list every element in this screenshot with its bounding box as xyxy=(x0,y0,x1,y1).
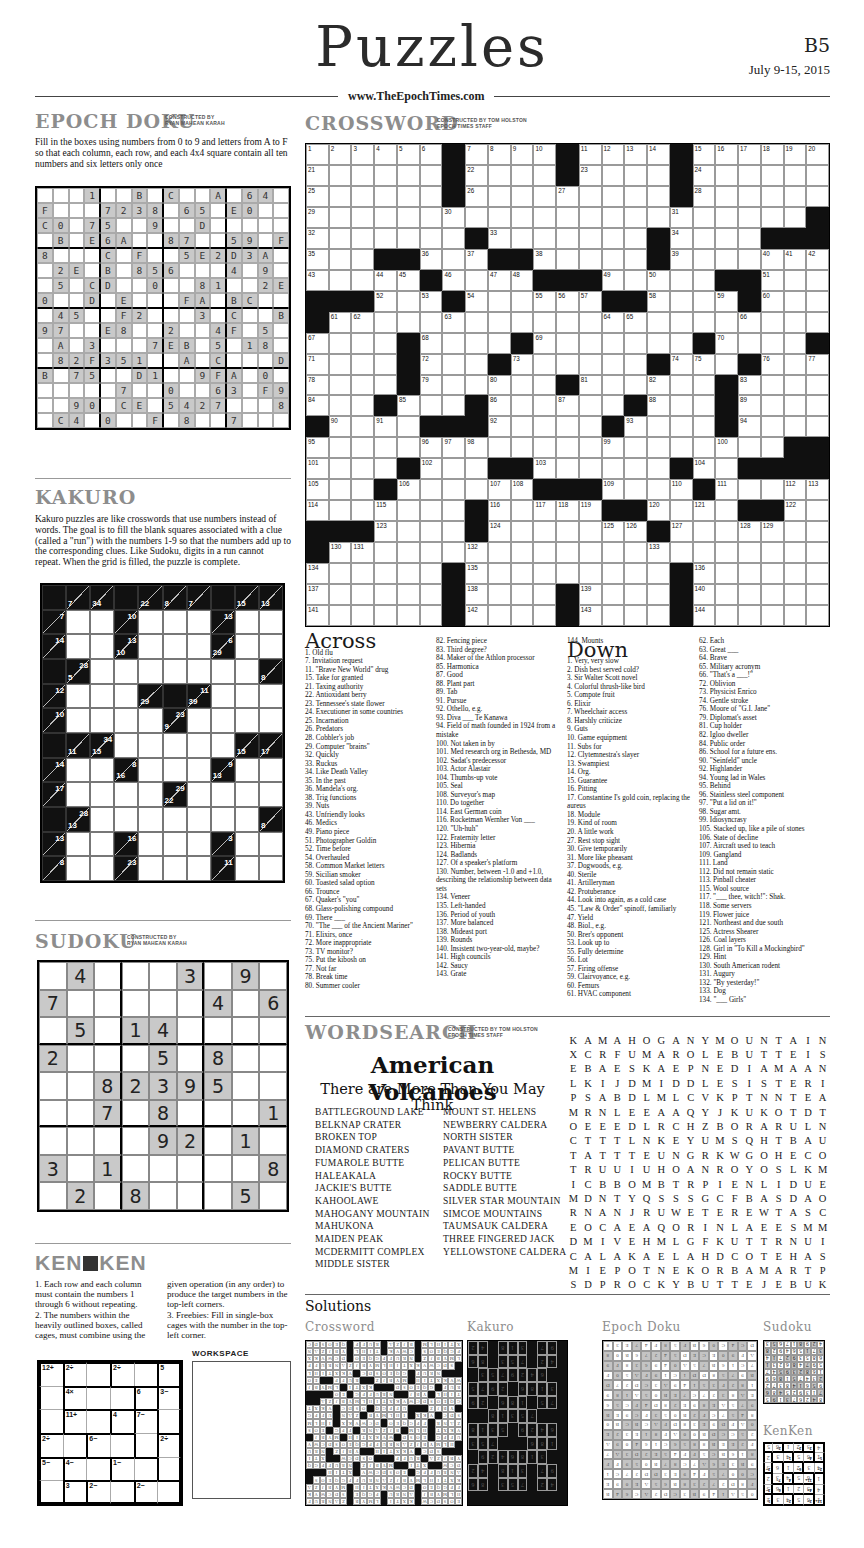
epoch-doku-cell[interactable] xyxy=(226,338,242,353)
kakuro-cell[interactable] xyxy=(66,634,90,659)
crossword-cell[interactable] xyxy=(715,312,738,333)
epoch-doku-cell[interactable]: A xyxy=(210,188,226,203)
crossword-cell[interactable] xyxy=(761,605,784,626)
crossword-cell[interactable] xyxy=(397,186,420,207)
crossword-cell[interactable] xyxy=(647,249,670,270)
epoch-doku-cell[interactable]: D xyxy=(226,248,242,263)
crossword-cell[interactable] xyxy=(351,270,374,291)
wordsearch-letter[interactable]: N xyxy=(786,1234,801,1248)
sudoku-cell[interactable] xyxy=(204,1100,232,1128)
crossword-cell[interactable] xyxy=(647,563,670,584)
epoch-doku-cell[interactable] xyxy=(147,353,163,368)
crossword-cell[interactable] xyxy=(738,563,761,584)
crossword-cell[interactable]: 63 xyxy=(442,312,465,333)
crossword-cell[interactable] xyxy=(715,354,738,375)
crossword-cell[interactable] xyxy=(420,395,443,416)
wordsearch-letter[interactable]: M xyxy=(581,1234,596,1248)
crossword-cell[interactable] xyxy=(647,312,670,333)
wordsearch-letter[interactable]: O xyxy=(757,1148,772,1162)
epoch-doku-cell[interactable] xyxy=(69,323,85,338)
wordsearch-letter[interactable]: A xyxy=(639,1249,654,1263)
wordsearch-letter[interactable]: L xyxy=(610,1105,625,1119)
crossword-cell[interactable] xyxy=(374,249,397,270)
crossword-cell[interactable] xyxy=(738,165,761,186)
sudoku-cell[interactable] xyxy=(94,1045,122,1073)
kenken-cell[interactable]: 6− xyxy=(86,1433,110,1457)
sudoku-cell[interactable] xyxy=(204,1127,232,1155)
kakuro-cell[interactable]: 29 xyxy=(138,684,162,709)
wordsearch-letter[interactable]: I xyxy=(698,1220,713,1234)
crossword-cell[interactable]: 56 xyxy=(556,291,579,312)
epoch-doku-cell[interactable]: 6 xyxy=(179,203,195,218)
epoch-doku-cell[interactable]: F xyxy=(116,308,132,323)
wordsearch-letter[interactable]: I xyxy=(625,1163,640,1177)
wordsearch-letter[interactable]: R xyxy=(639,1206,654,1220)
kakuro-cell[interactable] xyxy=(211,733,235,758)
crossword-cell[interactable] xyxy=(556,521,579,542)
wordsearch-letter[interactable]: E xyxy=(713,1206,728,1220)
crossword-cell[interactable] xyxy=(511,542,534,563)
crossword-cell[interactable] xyxy=(624,395,647,416)
epoch-doku-cell[interactable] xyxy=(226,218,242,233)
crossword-cell[interactable] xyxy=(488,542,511,563)
crossword-cell[interactable] xyxy=(488,563,511,584)
kakuro-cell[interactable] xyxy=(138,782,162,807)
crossword-cell[interactable]: 55 xyxy=(533,291,556,312)
epoch-doku-cell[interactable] xyxy=(179,278,195,293)
crossword-cell[interactable] xyxy=(511,291,534,312)
wordsearch-letter[interactable]: O xyxy=(639,1033,654,1047)
epoch-doku-cell[interactable]: 1 xyxy=(210,278,226,293)
crossword-cell[interactable] xyxy=(329,375,352,396)
wordsearch-letter[interactable]: N xyxy=(654,1263,669,1277)
crossword-cell[interactable] xyxy=(715,500,738,521)
crossword-cell[interactable] xyxy=(806,207,829,228)
epoch-doku-cell[interactable]: F xyxy=(37,203,53,218)
crossword-cell[interactable] xyxy=(374,354,397,375)
crossword-cell[interactable] xyxy=(374,312,397,333)
crossword-cell[interactable] xyxy=(715,605,738,626)
epoch-doku-cell[interactable] xyxy=(210,308,226,323)
wordsearch-letter[interactable]: S xyxy=(727,1076,742,1090)
wordsearch-letter[interactable]: E xyxy=(581,1119,596,1133)
sudoku-cell[interactable]: 5 xyxy=(67,1017,95,1045)
crossword-cell[interactable] xyxy=(329,437,352,458)
crossword-cell[interactable]: 133 xyxy=(647,542,670,563)
kenken-cell[interactable] xyxy=(157,1457,181,1481)
kakuro-cell[interactable]: 17 xyxy=(42,782,66,807)
wordsearch-letter[interactable]: S xyxy=(771,1191,786,1205)
crossword-cell[interactable] xyxy=(602,395,625,416)
kakuro-cell[interactable] xyxy=(66,832,90,857)
kakuro-cell[interactable]: 8 xyxy=(163,585,187,610)
crossword-cell[interactable] xyxy=(374,375,397,396)
epoch-doku-cell[interactable]: 8 xyxy=(53,353,69,368)
crossword-cell[interactable] xyxy=(488,605,511,626)
sudoku-cell[interactable] xyxy=(204,1155,232,1183)
sudoku-cell[interactable] xyxy=(177,1155,205,1183)
wordsearch-letter[interactable]: B xyxy=(727,1047,742,1061)
wordsearch-letter[interactable]: E xyxy=(669,1062,684,1076)
crossword-cell[interactable]: 142 xyxy=(465,605,488,626)
epoch-doku-cell[interactable]: 4 xyxy=(258,188,274,203)
crossword-cell[interactable]: 3 xyxy=(351,144,374,165)
sudoku-cell[interactable] xyxy=(232,1072,260,1100)
kakuro-cell[interactable]: 2813 xyxy=(66,807,90,832)
sudoku-cell[interactable] xyxy=(39,1100,67,1128)
crossword-cell[interactable] xyxy=(351,228,374,249)
crossword-cell[interactable] xyxy=(647,228,670,249)
wordsearch-letter[interactable]: O xyxy=(771,1105,786,1119)
kakuro-cell[interactable] xyxy=(235,832,259,857)
crossword-cell[interactable] xyxy=(806,500,829,521)
sudoku-cell[interactable]: 5 xyxy=(232,1182,260,1210)
crossword-cell[interactable] xyxy=(715,375,738,396)
crossword-cell[interactable] xyxy=(533,542,556,563)
wordsearch-letter[interactable]: H xyxy=(625,1033,640,1047)
crossword-cell[interactable]: 76 xyxy=(761,354,784,375)
crossword-cell[interactable] xyxy=(442,500,465,521)
sudoku-cell[interactable]: 2 xyxy=(39,1045,67,1073)
wordsearch-letter[interactable]: U xyxy=(639,1163,654,1177)
crossword-cell[interactable] xyxy=(442,249,465,270)
epoch-doku-cell[interactable] xyxy=(37,398,53,413)
epoch-doku-cell[interactable] xyxy=(132,338,148,353)
wordsearch-letter[interactable]: L xyxy=(727,1220,742,1234)
kakuro-cell[interactable] xyxy=(90,758,114,783)
crossword-cell[interactable]: 65 xyxy=(624,312,647,333)
wordsearch-letter[interactable]: E xyxy=(815,1177,830,1191)
sudoku-cell[interactable]: 2 xyxy=(67,1182,95,1210)
wordsearch-letter[interactable]: K xyxy=(713,1148,728,1162)
wordsearch-letter[interactable]: A xyxy=(654,1062,669,1076)
epoch-doku-cell[interactable] xyxy=(84,413,100,428)
epoch-doku-cell[interactable]: 7 xyxy=(147,338,163,353)
wordsearch-letter[interactable]: N xyxy=(815,1062,830,1076)
sudoku-cell[interactable]: 8 xyxy=(94,1072,122,1100)
wordsearch-letter[interactable]: H xyxy=(654,1163,669,1177)
wordsearch-letter[interactable]: K xyxy=(639,1062,654,1076)
crossword-cell[interactable]: 136 xyxy=(693,563,716,584)
epoch-doku-cell[interactable] xyxy=(242,263,258,278)
crossword-cell[interactable]: 49 xyxy=(602,270,625,291)
crossword-cell[interactable] xyxy=(556,458,579,479)
crossword-cell[interactable] xyxy=(647,333,670,354)
wordsearch-letter[interactable]: T xyxy=(727,1278,742,1292)
crossword-cell[interactable] xyxy=(465,312,488,333)
crossword-cell[interactable] xyxy=(784,521,807,542)
crossword-cell[interactable] xyxy=(579,458,602,479)
crossword-cell[interactable] xyxy=(670,584,693,605)
epoch-doku-cell[interactable]: C xyxy=(163,188,179,203)
wordsearch-letter[interactable]: L xyxy=(757,1177,772,1191)
wordsearch-letter[interactable]: A xyxy=(669,1033,684,1047)
kakuro-cell[interactable] xyxy=(138,733,162,758)
crossword-cell[interactable] xyxy=(670,165,693,186)
epoch-doku-cell[interactable]: D xyxy=(195,218,211,233)
crossword-cell[interactable] xyxy=(329,186,352,207)
crossword-cell[interactable] xyxy=(465,521,488,542)
wordsearch-letter[interactable]: T xyxy=(786,1091,801,1105)
crossword-cell[interactable] xyxy=(806,584,829,605)
crossword-cell[interactable] xyxy=(624,500,647,521)
crossword-cell[interactable] xyxy=(647,165,670,186)
crossword-cell[interactable]: 58 xyxy=(647,291,670,312)
crossword-cell[interactable] xyxy=(806,291,829,312)
crossword-cell[interactable] xyxy=(602,228,625,249)
wordsearch-letter[interactable]: C xyxy=(801,1148,816,1162)
sudoku-cell[interactable]: 4 xyxy=(149,1017,177,1045)
wordsearch-letter[interactable]: E xyxy=(757,1220,772,1234)
wordsearch-letter[interactable]: O xyxy=(625,1278,640,1292)
wordsearch-letter[interactable]: R xyxy=(698,1148,713,1162)
wordsearch-letter[interactable]: E xyxy=(625,1220,640,1234)
epoch-doku-cell[interactable] xyxy=(163,368,179,383)
crossword-cell[interactable] xyxy=(533,563,556,584)
kakuro-cell[interactable]: 11 xyxy=(66,733,90,758)
wordsearch-letter[interactable]: M xyxy=(815,1163,830,1177)
crossword-cell[interactable]: 117 xyxy=(533,500,556,521)
crossword-cell[interactable] xyxy=(397,249,420,270)
crossword-cell[interactable] xyxy=(647,207,670,228)
wordsearch-letter[interactable]: D xyxy=(669,1076,684,1090)
wordsearch-letter[interactable]: R xyxy=(595,1047,610,1061)
kenken-cell[interactable] xyxy=(63,1433,87,1457)
epoch-doku-cell[interactable]: 5 xyxy=(100,218,116,233)
sudoku-cell[interactable]: 7 xyxy=(39,990,67,1018)
wordsearch-letter[interactable]: B xyxy=(595,1177,610,1191)
sudoku-cell[interactable]: 6 xyxy=(259,990,287,1018)
wordsearch-letter[interactable]: Y xyxy=(683,1134,698,1148)
kakuro-cell[interactable] xyxy=(259,758,283,783)
crossword-cell[interactable] xyxy=(761,165,784,186)
kakuro-cell[interactable]: 1310 xyxy=(114,634,138,659)
epoch-doku-cell[interactable]: 0 xyxy=(242,203,258,218)
sudoku-cell[interactable] xyxy=(94,1182,122,1210)
crossword-cell[interactable] xyxy=(761,563,784,584)
wordsearch-letter[interactable]: E xyxy=(595,1263,610,1277)
wordsearch-letter[interactable]: I xyxy=(566,1177,581,1191)
wordsearch-letter[interactable]: S xyxy=(771,1163,786,1177)
crossword-cell[interactable]: 42 xyxy=(806,249,829,270)
kenken-cell[interactable]: 5− xyxy=(39,1457,63,1481)
crossword-cell[interactable] xyxy=(397,165,420,186)
crossword-cell[interactable] xyxy=(442,228,465,249)
epoch-doku-cell[interactable]: 5 xyxy=(179,248,195,263)
crossword-cell[interactable]: 116 xyxy=(488,500,511,521)
crossword-cell[interactable] xyxy=(351,291,374,312)
crossword-cell[interactable] xyxy=(761,207,784,228)
epoch-doku-cell[interactable]: 5 xyxy=(258,323,274,338)
epoch-doku-cell[interactable] xyxy=(226,188,242,203)
crossword-cell[interactable] xyxy=(761,584,784,605)
kakuro-cell[interactable] xyxy=(211,659,235,684)
epoch-doku-cell[interactable] xyxy=(53,383,69,398)
crossword-cell[interactable] xyxy=(693,291,716,312)
crossword-cell[interactable] xyxy=(397,312,420,333)
crossword-cell[interactable] xyxy=(329,458,352,479)
kenken-cell[interactable] xyxy=(86,1362,110,1386)
kakuro-cell[interactable] xyxy=(66,856,90,881)
kakuro-cell[interactable] xyxy=(187,610,211,635)
sudoku-cell[interactable] xyxy=(67,1127,95,1155)
kenken-cell[interactable]: 7− xyxy=(134,1409,158,1433)
crossword-cell[interactable] xyxy=(693,479,716,500)
wordsearch-letter[interactable]: E xyxy=(786,1047,801,1061)
wordsearch-letter[interactable]: S xyxy=(566,1278,581,1292)
epoch-doku-cell[interactable] xyxy=(53,188,69,203)
kakuro-cell[interactable] xyxy=(163,832,187,857)
crossword-cell[interactable] xyxy=(397,333,420,354)
crossword-cell[interactable] xyxy=(738,479,761,500)
crossword-cell[interactable] xyxy=(738,186,761,207)
wordsearch-letter[interactable]: M xyxy=(566,1191,581,1205)
wordsearch-letter[interactable]: I xyxy=(815,1076,830,1090)
wordsearch-letter[interactable]: E xyxy=(683,1206,698,1220)
kenken-cell[interactable]: 6 xyxy=(134,1386,158,1410)
crossword-cell[interactable]: 71 xyxy=(306,354,329,375)
epoch-doku-cell[interactable] xyxy=(37,278,53,293)
crossword-cell[interactable] xyxy=(533,521,556,542)
wordsearch-letter[interactable]: A xyxy=(610,1220,625,1234)
sudoku-grid[interactable]: 43974651425882395781921318285 xyxy=(37,960,289,1212)
wordsearch-letter[interactable]: A xyxy=(786,1033,801,1047)
sudoku-cell[interactable] xyxy=(177,1100,205,1128)
epoch-doku-cell[interactable]: E xyxy=(273,278,289,293)
kenken-cell[interactable] xyxy=(39,1409,63,1433)
crossword-cell[interactable] xyxy=(647,354,670,375)
sudoku-cell[interactable]: 5 xyxy=(149,1045,177,1073)
kakuro-cell[interactable] xyxy=(259,856,283,881)
crossword-cell[interactable] xyxy=(374,605,397,626)
wordsearch-letter[interactable]: T xyxy=(595,1134,610,1148)
epoch-doku-cell[interactable]: 8 xyxy=(273,398,289,413)
kenken-cell[interactable] xyxy=(134,1433,158,1457)
wordsearch-letter[interactable]: D xyxy=(713,1249,728,1263)
kakuro-cell[interactable] xyxy=(187,733,211,758)
epoch-doku-cell[interactable] xyxy=(53,203,69,218)
crossword-cell[interactable] xyxy=(579,563,602,584)
wordsearch-letter[interactable]: E xyxy=(669,1134,684,1148)
crossword-cell[interactable] xyxy=(511,186,534,207)
crossword-cell[interactable] xyxy=(556,605,579,626)
epoch-doku-cell[interactable]: 6 xyxy=(242,188,258,203)
crossword-cell[interactable] xyxy=(351,458,374,479)
crossword-cell[interactable] xyxy=(420,605,443,626)
wordsearch-letter[interactable]: U xyxy=(595,1163,610,1177)
epoch-doku-cell[interactable] xyxy=(163,353,179,368)
wordsearch-letter[interactable]: K xyxy=(625,1249,640,1263)
sudoku-cell[interactable] xyxy=(259,1072,287,1100)
kakuro-cell[interactable] xyxy=(211,782,235,807)
epoch-doku-cell[interactable]: A xyxy=(195,293,211,308)
epoch-doku-cell[interactable]: 9 xyxy=(37,323,53,338)
epoch-doku-cell[interactable] xyxy=(84,203,100,218)
kakuro-cell[interactable] xyxy=(259,708,283,733)
crossword-cell[interactable]: 28 xyxy=(693,186,716,207)
crossword-cell[interactable] xyxy=(784,270,807,291)
crossword-cell[interactable] xyxy=(374,207,397,228)
crossword-cell[interactable] xyxy=(533,186,556,207)
epoch-doku-cell[interactable] xyxy=(242,383,258,398)
epoch-doku-cell[interactable] xyxy=(163,293,179,308)
epoch-doku-cell[interactable] xyxy=(116,338,132,353)
epoch-doku-cell[interactable] xyxy=(195,353,211,368)
kakuro-cell[interactable] xyxy=(90,610,114,635)
wordsearch-letter[interactable]: T xyxy=(669,1177,684,1191)
crossword-cell[interactable] xyxy=(397,500,420,521)
epoch-doku-cell[interactable]: E xyxy=(132,398,148,413)
crossword-cell[interactable] xyxy=(351,605,374,626)
wordsearch-letter[interactable]: Y xyxy=(669,1278,684,1292)
crossword-cell[interactable] xyxy=(351,584,374,605)
wordsearch-letter[interactable]: E xyxy=(566,1062,581,1076)
crossword-cell[interactable] xyxy=(465,270,488,291)
epoch-doku-cell[interactable] xyxy=(132,413,148,428)
epoch-doku-cell[interactable] xyxy=(179,263,195,278)
crossword-cell[interactable] xyxy=(351,375,374,396)
wordsearch-letter[interactable]: A xyxy=(771,1263,786,1277)
crossword-cell[interactable] xyxy=(511,165,534,186)
epoch-doku-cell[interactable]: D xyxy=(100,278,116,293)
crossword-cell[interactable]: 9 xyxy=(511,144,534,165)
epoch-doku-cell[interactable] xyxy=(147,398,163,413)
epoch-doku-cell[interactable]: 3 xyxy=(100,353,116,368)
wordsearch-letter[interactable]: E xyxy=(713,1047,728,1061)
crossword-cell[interactable] xyxy=(420,165,443,186)
wordsearch-letter[interactable]: A xyxy=(610,1033,625,1047)
epoch-doku-cell[interactable]: B xyxy=(179,338,195,353)
crossword-cell[interactable] xyxy=(351,395,374,416)
crossword-cell[interactable] xyxy=(329,270,352,291)
kakuro-cell[interactable] xyxy=(259,634,283,659)
epoch-doku-cell[interactable] xyxy=(258,203,274,218)
crossword-cell[interactable]: 99 xyxy=(602,437,625,458)
crossword-cell[interactable]: 93 xyxy=(624,416,647,437)
sudoku-cell[interactable] xyxy=(177,990,205,1018)
crossword-cell[interactable] xyxy=(351,186,374,207)
epoch-doku-cell[interactable] xyxy=(84,263,100,278)
wordsearch-letter[interactable]: I xyxy=(815,1234,830,1248)
wordsearch-letter[interactable]: J xyxy=(757,1278,772,1292)
crossword-cell[interactable]: 50 xyxy=(647,270,670,291)
epoch-doku-cell[interactable]: 5 xyxy=(53,278,69,293)
crossword-cell[interactable] xyxy=(488,207,511,228)
crossword-cell[interactable] xyxy=(738,333,761,354)
wordsearch-letter[interactable]: I xyxy=(595,1076,610,1090)
wordsearch-letter[interactable]: O xyxy=(698,1263,713,1277)
wordsearch-letter[interactable]: T xyxy=(757,1047,772,1061)
sudoku-cell[interactable]: 8 xyxy=(149,1100,177,1128)
kakuro-cell[interactable]: 629 xyxy=(211,634,235,659)
kenken-cell[interactable]: 11+ xyxy=(63,1409,87,1433)
wordsearch-letter[interactable]: R xyxy=(669,1047,684,1061)
crossword-cell[interactable] xyxy=(624,207,647,228)
wordsearch-letter[interactable]: U xyxy=(727,1234,742,1248)
crossword-cell[interactable] xyxy=(579,521,602,542)
epoch-doku-cell[interactable] xyxy=(69,278,85,293)
wordsearch-letter[interactable]: B xyxy=(713,1119,728,1133)
epoch-doku-cell[interactable] xyxy=(258,218,274,233)
crossword-cell[interactable]: 102 xyxy=(420,458,443,479)
kakuro-cell[interactable] xyxy=(90,856,114,881)
wordsearch-letter[interactable]: M xyxy=(566,1263,581,1277)
wordsearch-letter[interactable]: D xyxy=(683,1076,698,1090)
crossword-cell[interactable]: 68 xyxy=(420,333,443,354)
wordsearch-letter[interactable]: E xyxy=(713,1076,728,1090)
wordsearch-letter[interactable]: B xyxy=(610,1091,625,1105)
sudoku-cell[interactable] xyxy=(204,962,232,990)
